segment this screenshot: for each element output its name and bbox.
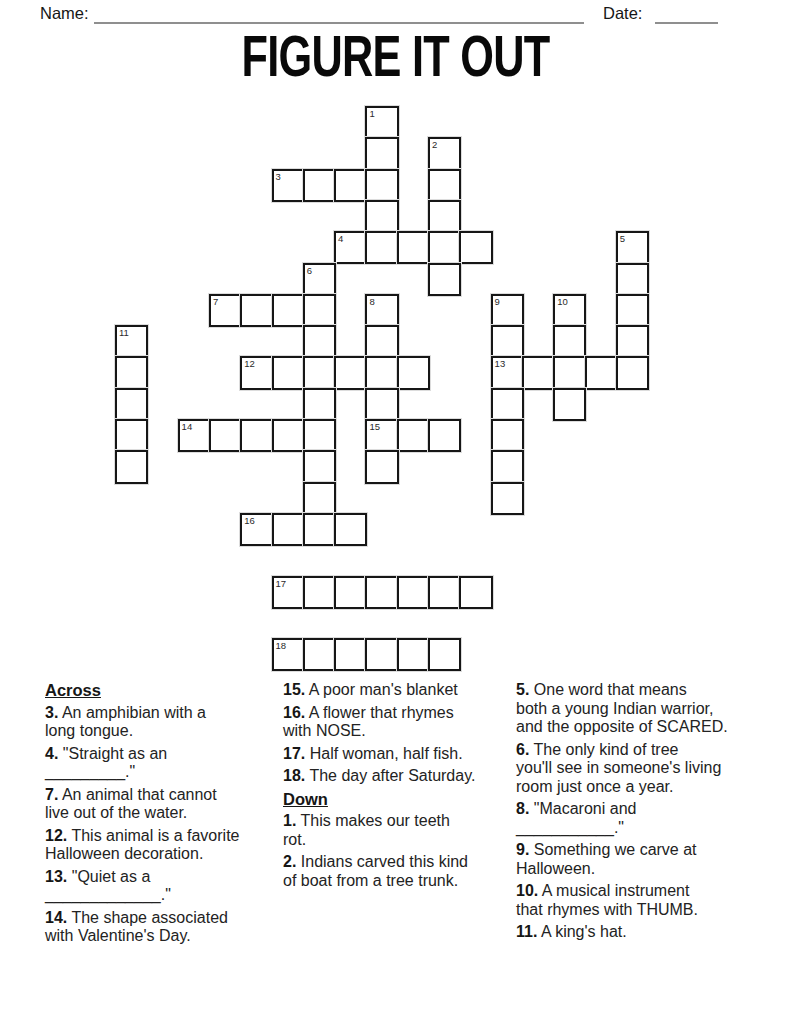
cell-r7c12[interactable] (491, 325, 524, 358)
cell-number-3: 3 (276, 172, 281, 181)
cell-r6c5[interactable] (272, 294, 305, 327)
clue-text: One word that means both a young Indian … (516, 681, 728, 735)
cell-r6c6[interactable] (303, 294, 336, 327)
clue-text: The shape associated with Valentine's Da… (45, 909, 228, 945)
clue-text: A flower that rhymes with NOSE. (283, 704, 454, 740)
cell-number-4: 4 (338, 234, 343, 243)
cell-r15c9[interactable] (397, 576, 430, 609)
cell-r10c3[interactable] (209, 419, 242, 452)
clue-number: 8. (516, 800, 529, 817)
clue-5: 5. One word that means both a young Indi… (516, 681, 764, 737)
cell-r9c0[interactable] (115, 388, 148, 421)
cell-number-10: 10 (557, 297, 568, 306)
cell-r8c15[interactable] (585, 356, 618, 389)
cell-r5c16[interactable] (616, 263, 649, 296)
cell-r8c9[interactable] (397, 356, 430, 389)
cell-r6c14[interactable]: 10 (553, 294, 586, 327)
cell-r8c12[interactable]: 13 (491, 356, 524, 389)
cell-r10c8[interactable]: 15 (365, 419, 398, 452)
cell-number-2: 2 (432, 140, 437, 149)
cell-r8c6[interactable] (303, 356, 336, 389)
cell-r11c6[interactable] (303, 450, 336, 483)
cell-number-12: 12 (244, 359, 255, 368)
clue-16: 16. A flower that rhymes with NOSE. (283, 704, 511, 741)
clue-text: The day after Saturday. (309, 767, 475, 784)
cell-number-17: 17 (276, 579, 287, 588)
clue-12: 12. This animal is a favorite Halloween … (45, 827, 283, 864)
clue-text: A musical instrument that rhymes with TH… (516, 882, 698, 918)
cell-r4c16[interactable]: 5 (616, 231, 649, 264)
name-input-line[interactable] (94, 4, 584, 24)
crossword-grid: 123456789101112131415161718 (115, 106, 649, 671)
clue-2: 2. Indians carved this kind of boat from… (283, 853, 511, 890)
clue-number: 7. (45, 786, 58, 803)
clue-text: "Straight as an _________." (45, 745, 167, 781)
clue-text: Something we carve at Halloween. (516, 841, 697, 877)
cell-r9c14[interactable] (553, 388, 586, 421)
clue-number: 1. (283, 812, 296, 829)
cell-r17c8[interactable] (365, 638, 398, 671)
cell-r13c5[interactable] (272, 513, 305, 546)
cell-r15c7[interactable] (334, 576, 367, 609)
clue-text: Half woman, half fish. (310, 745, 463, 762)
clue-number: 2. (283, 853, 296, 870)
clue-column-middle: 15. A poor man's blanket16. A flower tha… (283, 681, 511, 894)
cell-r6c12[interactable]: 9 (491, 294, 524, 327)
cell-r7c14[interactable] (553, 325, 586, 358)
cell-r2c10[interactable] (428, 169, 461, 202)
clue-text: An animal that cannot live out of the wa… (45, 786, 217, 822)
cell-number-6: 6 (307, 266, 312, 275)
cell-r4c10[interactable] (428, 231, 461, 264)
clue-number: 11. (516, 923, 537, 940)
cell-r2c8[interactable] (365, 169, 398, 202)
clue-number: 17. (283, 745, 305, 762)
clue-number: 9. (516, 841, 529, 858)
cell-r3c8[interactable] (365, 200, 398, 233)
cell-r9c12[interactable] (491, 388, 524, 421)
cell-r13c7[interactable] (334, 513, 367, 546)
clue-number: 4. (45, 745, 58, 762)
cell-r12c12[interactable] (491, 482, 524, 515)
clue-18: 18. The day after Saturday. (283, 767, 511, 786)
cell-r13c4[interactable]: 16 (240, 513, 273, 546)
clue-number: 6. (516, 741, 529, 758)
down-heading: Down (283, 790, 511, 809)
clue-number: 12. (45, 827, 67, 844)
cell-r8c14[interactable] (553, 356, 586, 389)
cell-r4c8[interactable] (365, 231, 398, 264)
cell-r15c8[interactable] (365, 576, 398, 609)
clue-10: 10. A musical instrument that rhymes wit… (516, 882, 764, 919)
cell-r10c10[interactable] (428, 419, 461, 452)
cell-r7c6[interactable] (303, 325, 336, 358)
cell-r4c11[interactable] (459, 231, 492, 264)
clue-6: 6. The only kind of tree you'll see in s… (516, 741, 764, 797)
cell-r7c16[interactable] (616, 325, 649, 358)
clue-text: An amphibian with a long tongue. (45, 704, 206, 740)
cell-r11c12[interactable] (491, 450, 524, 483)
clue-15: 15. A poor man's blanket (283, 681, 511, 700)
cell-r6c4[interactable] (240, 294, 273, 327)
cell-r15c5[interactable]: 17 (272, 576, 305, 609)
cell-r5c6[interactable]: 6 (303, 263, 336, 296)
cell-r8c7[interactable] (334, 356, 367, 389)
clue-number: 14. (45, 909, 67, 926)
cell-r17c9[interactable] (397, 638, 430, 671)
clue-3: 3. An amphibian with a long tongue. (45, 704, 283, 741)
cell-r10c4[interactable] (240, 419, 273, 452)
clue-text: Indians carved this kind of boat from a … (283, 853, 468, 889)
cell-number-5: 5 (620, 234, 625, 243)
cell-r8c13[interactable] (522, 356, 555, 389)
clue-text: A king's hat. (541, 923, 627, 940)
cell-r9c8[interactable] (365, 388, 398, 421)
cell-r5c10[interactable] (428, 263, 461, 296)
cell-r17c10[interactable] (428, 638, 461, 671)
clue-number: 10. (516, 882, 538, 899)
clue-17: 17. Half woman, half fish. (283, 745, 511, 764)
cell-r10c2[interactable]: 14 (178, 419, 211, 452)
cell-r8c0[interactable] (115, 356, 148, 389)
clue-11: 11. A king's hat. (516, 923, 764, 942)
cell-number-15: 15 (369, 422, 380, 431)
crossword-worksheet: Name: Date: FIGURE IT OUT 12345678910111… (0, 0, 791, 1024)
clue-number: 15. (283, 681, 305, 698)
cell-number-9: 9 (495, 297, 500, 306)
clue-text: "Macaroni and ___________." (516, 800, 636, 836)
cell-r8c5[interactable] (272, 356, 305, 389)
across-heading: Across (45, 681, 283, 700)
clue-number: 18. (283, 767, 305, 784)
clue-number: 3. (45, 704, 58, 721)
clue-column-down: 5. One word that means both a young Indi… (516, 681, 764, 946)
cell-r10c5[interactable] (272, 419, 305, 452)
date-label: Date: (603, 4, 642, 23)
cell-r12c6[interactable] (303, 482, 336, 515)
cell-r8c16[interactable] (616, 356, 649, 389)
cell-r15c10[interactable] (428, 576, 461, 609)
clue-number: 13. (45, 868, 67, 885)
clue-4: 4. "Straight as an _________." (45, 745, 283, 782)
clue-text: This makes our teeth rot. (283, 812, 450, 848)
cell-r15c11[interactable] (459, 576, 492, 609)
clue-number: 5. (516, 681, 529, 698)
cell-r0c8[interactable]: 1 (365, 106, 398, 139)
cell-r1c8[interactable] (365, 137, 398, 170)
clue-text: A poor man's blanket (309, 681, 458, 698)
puzzle-title: FIGURE IT OUT (95, 26, 696, 86)
cell-r10c0[interactable] (115, 419, 148, 452)
cell-r6c16[interactable] (616, 294, 649, 327)
cell-number-18: 18 (276, 641, 287, 650)
clue-13: 13. "Quiet as a _____________." (45, 868, 283, 905)
name-label: Name: (40, 4, 89, 23)
cell-r10c6[interactable] (303, 419, 336, 452)
cell-r17c6[interactable] (303, 638, 336, 671)
clue-9: 9. Something we carve at Halloween. (516, 841, 764, 878)
cell-r4c7[interactable]: 4 (334, 231, 367, 264)
cell-r8c8[interactable] (365, 356, 398, 389)
cell-r2c6[interactable] (303, 169, 336, 202)
cell-r2c7[interactable] (334, 169, 367, 202)
cell-r6c8[interactable]: 8 (365, 294, 398, 327)
cell-r6c3[interactable]: 7 (209, 294, 242, 327)
cell-number-8: 8 (369, 297, 374, 306)
clue-column-across: Across3. An amphibian with a long tongue… (45, 681, 283, 950)
cell-r15c6[interactable] (303, 576, 336, 609)
clue-14: 14. The shape associated with Valentine'… (45, 909, 283, 946)
cell-r9c6[interactable] (303, 388, 336, 421)
cell-r11c0[interactable] (115, 450, 148, 483)
clue-8: 8. "Macaroni and ___________." (516, 800, 764, 837)
clue-text: The only kind of tree you'll see in some… (516, 741, 721, 795)
cell-number-7: 7 (213, 297, 218, 306)
clue-1: 1. This makes our teeth rot. (283, 812, 511, 849)
cell-r7c0[interactable]: 11 (115, 325, 148, 358)
cell-number-1: 1 (369, 109, 374, 118)
clue-text: This animal is a favorite Halloween deco… (45, 827, 239, 863)
clue-7: 7. An animal that cannot live out of the… (45, 786, 283, 823)
date-input-line[interactable] (655, 4, 718, 24)
cell-r17c7[interactable] (334, 638, 367, 671)
cell-r11c8[interactable] (365, 450, 398, 483)
cell-number-16: 16 (244, 516, 255, 525)
cell-r3c10[interactable] (428, 200, 461, 233)
cell-number-14: 14 (182, 422, 193, 431)
cell-r8c4[interactable]: 12 (240, 356, 273, 389)
clue-number: 16. (283, 704, 305, 721)
cell-r1c10[interactable]: 2 (428, 137, 461, 170)
cell-r4c9[interactable] (397, 231, 430, 264)
cell-r10c9[interactable] (397, 419, 430, 452)
cell-r17c5[interactable]: 18 (272, 638, 305, 671)
cell-r7c8[interactable] (365, 325, 398, 358)
cell-r13c6[interactable] (303, 513, 336, 546)
cell-number-13: 13 (495, 359, 506, 368)
cell-number-11: 11 (119, 328, 129, 337)
cell-r2c5[interactable]: 3 (272, 169, 305, 202)
cell-r10c12[interactable] (491, 419, 524, 452)
